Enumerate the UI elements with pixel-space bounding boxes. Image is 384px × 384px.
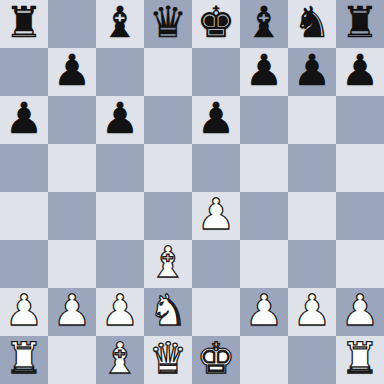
square-d4[interactable]	[144, 192, 192, 240]
black-pawn[interactable]: ♟	[5, 94, 44, 142]
white-king[interactable]: ♚	[197, 334, 236, 382]
square-d7[interactable]	[144, 48, 192, 96]
square-b7[interactable]: ♟	[48, 48, 96, 96]
square-c6[interactable]: ♟	[96, 96, 144, 144]
black-pawn[interactable]: ♟	[341, 46, 380, 94]
square-h8[interactable]: ♜	[336, 0, 384, 48]
white-pawn[interactable]: ♟	[245, 286, 284, 334]
square-f3[interactable]	[240, 240, 288, 288]
white-rook[interactable]: ♜	[341, 334, 380, 382]
square-f6[interactable]	[240, 96, 288, 144]
square-a2[interactable]: ♟	[0, 288, 48, 336]
square-h1[interactable]: ♜	[336, 336, 384, 384]
square-g3[interactable]	[288, 240, 336, 288]
square-c8[interactable]: ♝	[96, 0, 144, 48]
square-b3[interactable]	[48, 240, 96, 288]
black-pawn[interactable]: ♟	[101, 94, 140, 142]
square-b4[interactable]	[48, 192, 96, 240]
square-d6[interactable]	[144, 96, 192, 144]
black-king[interactable]: ♚	[197, 0, 236, 46]
square-a4[interactable]	[0, 192, 48, 240]
square-f2[interactable]: ♟	[240, 288, 288, 336]
square-c4[interactable]	[96, 192, 144, 240]
black-knight[interactable]: ♞	[293, 0, 332, 46]
square-c5[interactable]	[96, 144, 144, 192]
white-bishop[interactable]: ♝	[149, 238, 188, 286]
square-a8[interactable]: ♜	[0, 0, 48, 48]
square-e5[interactable]	[192, 144, 240, 192]
square-b2[interactable]: ♟	[48, 288, 96, 336]
square-b5[interactable]	[48, 144, 96, 192]
square-f1[interactable]	[240, 336, 288, 384]
square-a5[interactable]	[0, 144, 48, 192]
black-rook[interactable]: ♜	[341, 0, 380, 46]
white-pawn[interactable]: ♟	[341, 286, 380, 334]
square-g6[interactable]	[288, 96, 336, 144]
black-queen[interactable]: ♛	[149, 0, 188, 46]
square-g4[interactable]	[288, 192, 336, 240]
square-f7[interactable]: ♟	[240, 48, 288, 96]
black-pawn[interactable]: ♟	[53, 46, 92, 94]
square-d3[interactable]: ♝	[144, 240, 192, 288]
square-h5[interactable]	[336, 144, 384, 192]
white-pawn[interactable]: ♟	[293, 286, 332, 334]
chess-board: ♜♝♛♚♝♞♜♟♟♟♟♟♟♟♟♝♟♟♟♞♟♟♟♜♝♛♚♜	[0, 0, 384, 384]
square-e3[interactable]	[192, 240, 240, 288]
square-f5[interactable]	[240, 144, 288, 192]
square-c3[interactable]	[96, 240, 144, 288]
square-e8[interactable]: ♚	[192, 0, 240, 48]
square-c2[interactable]: ♟	[96, 288, 144, 336]
square-a3[interactable]	[0, 240, 48, 288]
black-bishop[interactable]: ♝	[101, 0, 140, 46]
square-f8[interactable]: ♝	[240, 0, 288, 48]
square-g7[interactable]: ♟	[288, 48, 336, 96]
white-queen[interactable]: ♛	[149, 334, 188, 382]
square-e6[interactable]: ♟	[192, 96, 240, 144]
square-d2[interactable]: ♞	[144, 288, 192, 336]
square-d1[interactable]: ♛	[144, 336, 192, 384]
square-d5[interactable]	[144, 144, 192, 192]
black-pawn[interactable]: ♟	[245, 46, 284, 94]
square-a7[interactable]	[0, 48, 48, 96]
square-f4[interactable]	[240, 192, 288, 240]
square-e4[interactable]: ♟	[192, 192, 240, 240]
white-pawn[interactable]: ♟	[197, 190, 236, 238]
black-rook[interactable]: ♜	[5, 0, 44, 46]
white-rook[interactable]: ♜	[5, 334, 44, 382]
square-a6[interactable]: ♟	[0, 96, 48, 144]
square-e1[interactable]: ♚	[192, 336, 240, 384]
square-c1[interactable]: ♝	[96, 336, 144, 384]
square-h7[interactable]: ♟	[336, 48, 384, 96]
square-h6[interactable]	[336, 96, 384, 144]
square-b6[interactable]	[48, 96, 96, 144]
black-pawn[interactable]: ♟	[197, 94, 236, 142]
square-g1[interactable]	[288, 336, 336, 384]
white-pawn[interactable]: ♟	[53, 286, 92, 334]
square-g2[interactable]: ♟	[288, 288, 336, 336]
black-pawn[interactable]: ♟	[293, 46, 332, 94]
square-e7[interactable]	[192, 48, 240, 96]
white-pawn[interactable]: ♟	[101, 286, 140, 334]
square-a1[interactable]: ♜	[0, 336, 48, 384]
white-knight[interactable]: ♞	[149, 286, 188, 334]
square-c7[interactable]	[96, 48, 144, 96]
square-e2[interactable]	[192, 288, 240, 336]
square-h3[interactable]	[336, 240, 384, 288]
square-g5[interactable]	[288, 144, 336, 192]
square-b1[interactable]	[48, 336, 96, 384]
black-bishop[interactable]: ♝	[245, 0, 284, 46]
square-g8[interactable]: ♞	[288, 0, 336, 48]
square-h2[interactable]: ♟	[336, 288, 384, 336]
white-bishop[interactable]: ♝	[101, 334, 140, 382]
square-b8[interactable]	[48, 0, 96, 48]
square-d8[interactable]: ♛	[144, 0, 192, 48]
white-pawn[interactable]: ♟	[5, 286, 44, 334]
square-h4[interactable]	[336, 192, 384, 240]
